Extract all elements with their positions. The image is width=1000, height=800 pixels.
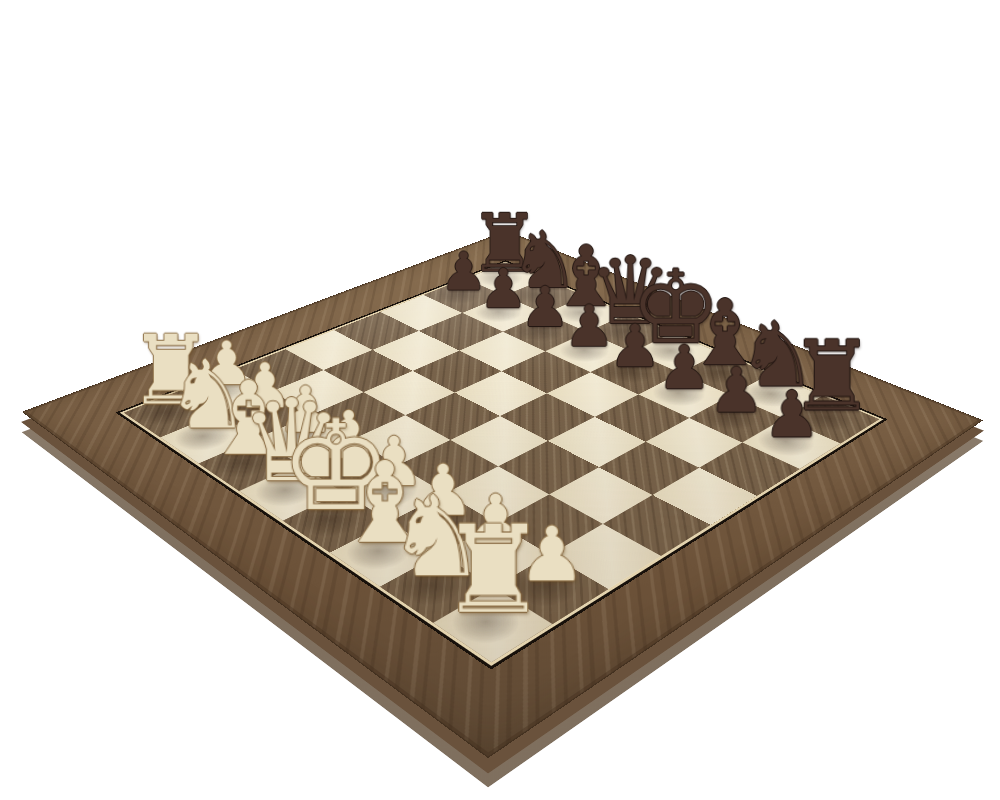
chessboard-3d: ♜♞♝♛♚♝♞♜♟♟♟♟♟♟♟♟♟♟♟♟♟♟♟♟♜♞♝♛♚♝♞♜ <box>22 231 984 758</box>
square-h6[interactable] <box>699 442 800 496</box>
white-rook-h1[interactable]: ♜ <box>392 517 593 623</box>
board-frame: ♜♞♝♛♚♝♞♜♟♟♟♟♟♟♟♟♟♟♟♟♟♟♟♟♜♞♝♛♚♝♞♜ <box>22 231 984 758</box>
black-pawn-h7[interactable]: ♟ <box>709 387 874 443</box>
photo-background: { "game": "chess", "position": "rnbqkbnr… <box>0 0 1000 800</box>
chessboard: ♜♞♝♛♚♝♞♜♟♟♟♟♟♟♟♟♟♟♟♟♟♟♟♟♜♞♝♛♚♝♞♜ <box>124 263 879 662</box>
product-photo-stage: ♜♞♝♛♚♝♞♜♟♟♟♟♟♟♟♟♟♟♟♟♟♟♟♟♜♞♝♛♚♝♞♜ <box>0 0 1000 800</box>
square-h1[interactable]: ♜ <box>433 588 552 663</box>
square-h7[interactable]: ♟ <box>743 418 841 468</box>
